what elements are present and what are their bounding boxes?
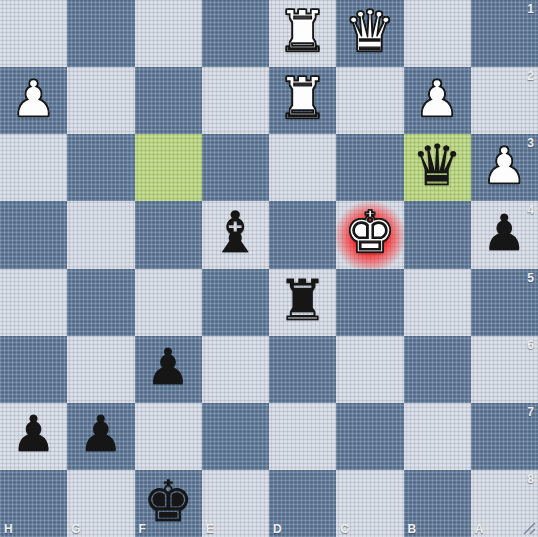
square-f2[interactable] <box>135 67 202 134</box>
square-h8[interactable]: H <box>0 470 67 537</box>
black-king-piece[interactable]: ♚ <box>143 473 194 530</box>
square-e6[interactable] <box>202 336 269 403</box>
square-a7[interactable]: 7 <box>471 403 538 470</box>
square-b8[interactable]: B <box>404 470 471 537</box>
square-e8[interactable]: E <box>202 470 269 537</box>
square-b5[interactable] <box>404 269 471 336</box>
square-e3[interactable] <box>202 134 269 201</box>
rank-label-6: 6 <box>527 338 534 352</box>
square-h1[interactable] <box>0 0 67 67</box>
square-h2[interactable]: ♟ <box>0 67 67 134</box>
white-rook-piece[interactable]: ♜ <box>277 70 328 127</box>
rank-label-3: 3 <box>527 136 534 150</box>
square-b4[interactable] <box>404 201 471 268</box>
square-g4[interactable] <box>67 201 134 268</box>
file-label-a: A <box>475 522 484 536</box>
rank-label-4: 4 <box>527 203 534 217</box>
file-label-d: D <box>273 522 282 536</box>
square-b6[interactable] <box>404 336 471 403</box>
black-pawn-piece[interactable]: ♟ <box>482 208 527 258</box>
square-g8[interactable]: G <box>67 470 134 537</box>
square-a6[interactable]: 6 <box>471 336 538 403</box>
square-b1[interactable] <box>404 0 471 67</box>
white-pawn-piece[interactable]: ♟ <box>482 141 527 191</box>
square-c1[interactable]: ♛ <box>336 0 403 67</box>
black-pawn-piece[interactable]: ♟ <box>146 342 191 392</box>
square-e1[interactable] <box>202 0 269 67</box>
square-d5[interactable]: ♜ <box>269 269 336 336</box>
square-f4[interactable] <box>135 201 202 268</box>
black-rook-piece[interactable]: ♜ <box>277 272 328 329</box>
square-g3[interactable] <box>67 134 134 201</box>
square-d1[interactable]: ♜ <box>269 0 336 67</box>
white-pawn-piece[interactable]: ♟ <box>11 74 56 124</box>
square-g1[interactable] <box>67 0 134 67</box>
square-a4[interactable]: ♟4 <box>471 201 538 268</box>
square-h3[interactable] <box>0 134 67 201</box>
black-pawn-piece[interactable]: ♟ <box>78 409 123 459</box>
square-d6[interactable] <box>269 336 336 403</box>
square-d2[interactable]: ♜ <box>269 67 336 134</box>
square-a1[interactable]: 1 <box>471 0 538 67</box>
square-a5[interactable]: 5 <box>471 269 538 336</box>
square-g5[interactable] <box>67 269 134 336</box>
white-queen-piece[interactable]: ♛ <box>344 3 395 60</box>
black-queen-piece[interactable]: ♛ <box>412 137 463 194</box>
square-f8[interactable]: ♚F <box>135 470 202 537</box>
resize-grip-icon[interactable] <box>522 521 536 535</box>
square-g7[interactable]: ♟ <box>67 403 134 470</box>
square-c4[interactable]: ♚ <box>336 201 403 268</box>
white-rook-piece[interactable]: ♜ <box>277 3 328 60</box>
square-f5[interactable] <box>135 269 202 336</box>
square-d4[interactable] <box>269 201 336 268</box>
square-c7[interactable] <box>336 403 403 470</box>
square-c8[interactable]: C <box>336 470 403 537</box>
file-label-f: F <box>139 522 146 536</box>
square-e7[interactable] <box>202 403 269 470</box>
file-label-b: B <box>408 522 417 536</box>
square-d8[interactable]: D <box>269 470 336 537</box>
square-h6[interactable] <box>0 336 67 403</box>
square-h7[interactable]: ♟ <box>0 403 67 470</box>
square-a2[interactable]: 2 <box>471 67 538 134</box>
square-h4[interactable] <box>0 201 67 268</box>
square-c5[interactable] <box>336 269 403 336</box>
file-label-e: E <box>206 522 214 536</box>
square-d7[interactable] <box>269 403 336 470</box>
white-pawn-piece[interactable]: ♟ <box>415 74 460 124</box>
square-b3[interactable]: ♛ <box>404 134 471 201</box>
square-f7[interactable] <box>135 403 202 470</box>
square-d3[interactable] <box>269 134 336 201</box>
chess-board: ♜♛1♟♜♟2♛♟3♝♚♟4♜5♟6♟♟7HG♚FEDCBA8 <box>0 0 538 537</box>
rank-label-7: 7 <box>527 405 534 419</box>
square-h5[interactable] <box>0 269 67 336</box>
black-bishop-piece[interactable]: ♝ <box>210 204 261 261</box>
square-f6[interactable]: ♟ <box>135 336 202 403</box>
square-c3[interactable] <box>336 134 403 201</box>
file-label-g: G <box>71 522 80 536</box>
square-f1[interactable] <box>135 0 202 67</box>
rank-label-1: 1 <box>527 2 534 16</box>
square-g2[interactable] <box>67 67 134 134</box>
file-label-c: C <box>340 522 349 536</box>
square-e2[interactable] <box>202 67 269 134</box>
file-label-h: H <box>4 522 13 536</box>
rank-label-5: 5 <box>527 271 534 285</box>
black-pawn-piece[interactable]: ♟ <box>11 409 56 459</box>
square-g6[interactable] <box>67 336 134 403</box>
square-c6[interactable] <box>336 336 403 403</box>
square-b7[interactable] <box>404 403 471 470</box>
rank-label-8: 8 <box>527 472 534 486</box>
rank-label-2: 2 <box>527 69 534 83</box>
white-king-piece[interactable]: ♚ <box>344 204 395 261</box>
square-f3[interactable] <box>135 134 202 201</box>
square-e5[interactable] <box>202 269 269 336</box>
square-e4[interactable]: ♝ <box>202 201 269 268</box>
square-a3[interactable]: ♟3 <box>471 134 538 201</box>
square-b2[interactable]: ♟ <box>404 67 471 134</box>
square-c2[interactable] <box>336 67 403 134</box>
